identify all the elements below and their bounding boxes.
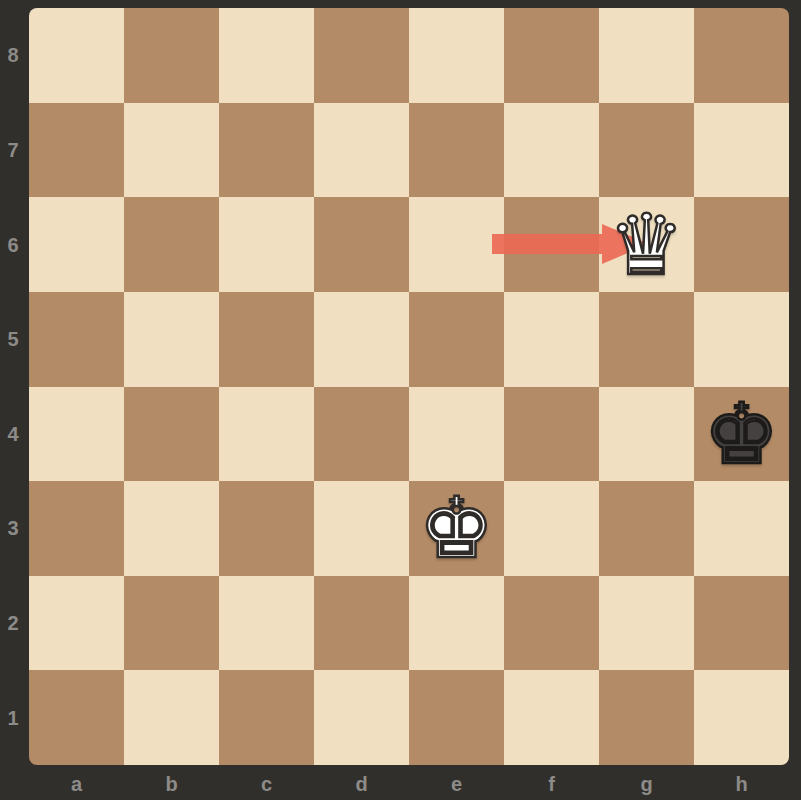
square-e2[interactable] [409,576,504,671]
chess-board: ♛♚♚ [29,8,789,765]
square-b8[interactable] [124,8,219,103]
square-d2[interactable] [314,576,409,671]
square-g8[interactable] [599,8,694,103]
square-e3[interactable]: ♚ [409,481,504,576]
rank-label-7: 7 [2,138,24,162]
square-c6[interactable] [219,197,314,292]
square-g2[interactable] [599,576,694,671]
square-f1[interactable] [504,670,599,765]
square-d3[interactable] [314,481,409,576]
file-label-f: f [541,772,563,796]
square-a5[interactable] [29,292,124,387]
square-c8[interactable] [219,8,314,103]
square-f5[interactable] [504,292,599,387]
rank-label-1: 1 [2,706,24,730]
file-label-c: c [256,772,278,796]
file-label-e: e [446,772,468,796]
square-h4[interactable]: ♚ [694,387,789,482]
chess-app: ♛♚♚ 87654321 abcdefgh [0,0,801,800]
square-g1[interactable] [599,670,694,765]
file-label-a: a [66,772,88,796]
rank-label-5: 5 [2,327,24,351]
square-g5[interactable] [599,292,694,387]
file-label-d: d [351,772,373,796]
rank-label-2: 2 [2,611,24,635]
square-g3[interactable] [599,481,694,576]
square-b5[interactable] [124,292,219,387]
piece-white-queen[interactable]: ♛ [599,197,694,292]
square-h5[interactable] [694,292,789,387]
square-a4[interactable] [29,387,124,482]
piece-white-king[interactable]: ♚ [409,481,504,576]
square-g6[interactable]: ♛ [599,197,694,292]
square-b3[interactable] [124,481,219,576]
rank-label-4: 4 [2,422,24,446]
square-a6[interactable] [29,197,124,292]
square-d8[interactable] [314,8,409,103]
square-a2[interactable] [29,576,124,671]
square-b4[interactable] [124,387,219,482]
rank-label-6: 6 [2,233,24,257]
square-e5[interactable] [409,292,504,387]
square-c3[interactable] [219,481,314,576]
square-e8[interactable] [409,8,504,103]
square-a1[interactable] [29,670,124,765]
square-d4[interactable] [314,387,409,482]
square-b7[interactable] [124,103,219,198]
square-e1[interactable] [409,670,504,765]
square-c5[interactable] [219,292,314,387]
square-d1[interactable] [314,670,409,765]
square-g7[interactable] [599,103,694,198]
square-e4[interactable] [409,387,504,482]
square-f6[interactable] [504,197,599,292]
rank-label-8: 8 [2,43,24,67]
square-h8[interactable] [694,8,789,103]
file-label-g: g [636,772,658,796]
square-e7[interactable] [409,103,504,198]
square-b1[interactable] [124,670,219,765]
square-d7[interactable] [314,103,409,198]
square-d5[interactable] [314,292,409,387]
square-h1[interactable] [694,670,789,765]
square-d6[interactable] [314,197,409,292]
square-f8[interactable] [504,8,599,103]
square-a8[interactable] [29,8,124,103]
square-a7[interactable] [29,103,124,198]
square-h3[interactable] [694,481,789,576]
square-h7[interactable] [694,103,789,198]
rank-label-3: 3 [2,516,24,540]
square-c4[interactable] [219,387,314,482]
square-b2[interactable] [124,576,219,671]
square-b6[interactable] [124,197,219,292]
square-c1[interactable] [219,670,314,765]
square-e6[interactable] [409,197,504,292]
square-c7[interactable] [219,103,314,198]
square-c2[interactable] [219,576,314,671]
square-h2[interactable] [694,576,789,671]
square-g4[interactable] [599,387,694,482]
square-f2[interactable] [504,576,599,671]
square-a3[interactable] [29,481,124,576]
square-f3[interactable] [504,481,599,576]
piece-black-king[interactable]: ♚ [694,387,789,482]
square-f4[interactable] [504,387,599,482]
file-label-h: h [731,772,753,796]
square-h6[interactable] [694,197,789,292]
square-f7[interactable] [504,103,599,198]
file-label-b: b [161,772,183,796]
